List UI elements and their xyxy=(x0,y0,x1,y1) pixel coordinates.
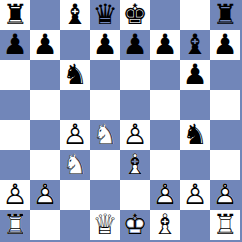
piece-white-knight: ♞♘ xyxy=(90,120,120,150)
piece-black-pawn: ♟ xyxy=(30,30,60,60)
square-a5[interactable] xyxy=(0,90,30,120)
square-c5[interactable] xyxy=(60,90,90,120)
square-a1[interactable]: ♜♖ xyxy=(0,210,30,240)
chess-board: ♜♝♛♚♜♟♟♟♟♟♝♟♞♟♟♙♞♘♟♙♞♞♘♝♗♟♙♟♙♟♙♟♙♟♙♜♖♛♕♚… xyxy=(0,0,242,242)
piece-outline-layer: ♙ xyxy=(180,180,210,210)
square-d4[interactable]: ♞♘ xyxy=(90,120,120,150)
square-a7[interactable]: ♟ xyxy=(0,30,30,60)
square-a6[interactable] xyxy=(0,60,30,90)
square-e4[interactable]: ♟♙ xyxy=(120,120,150,150)
piece-black-bishop: ♝ xyxy=(60,0,90,30)
square-b2[interactable]: ♟♙ xyxy=(30,180,60,210)
square-d5[interactable] xyxy=(90,90,120,120)
piece-outline-layer: ♔ xyxy=(120,210,150,240)
square-h7[interactable]: ♟ xyxy=(210,30,240,60)
square-c3[interactable]: ♞♘ xyxy=(60,150,90,180)
piece-black-pawn: ♟ xyxy=(150,30,180,60)
square-g4[interactable]: ♞ xyxy=(180,120,210,150)
square-a2[interactable]: ♟♙ xyxy=(0,180,30,210)
piece-white-pawn: ♟♙ xyxy=(150,180,180,210)
square-f2[interactable]: ♟♙ xyxy=(150,180,180,210)
piece-black-bishop: ♝ xyxy=(180,30,210,60)
square-h4[interactable] xyxy=(210,120,240,150)
square-e7[interactable]: ♟ xyxy=(120,30,150,60)
square-h5[interactable] xyxy=(210,90,240,120)
square-g7[interactable]: ♝ xyxy=(180,30,210,60)
square-f3[interactable] xyxy=(150,150,180,180)
square-d1[interactable]: ♛♕ xyxy=(90,210,120,240)
square-f4[interactable] xyxy=(150,120,180,150)
piece-outline-layer: ♖ xyxy=(210,210,240,240)
piece-white-pawn: ♟♙ xyxy=(60,120,90,150)
piece-outline-layer: ♙ xyxy=(150,180,180,210)
square-d3[interactable] xyxy=(90,150,120,180)
piece-black-knight: ♞ xyxy=(60,60,90,90)
square-e3[interactable]: ♝♗ xyxy=(120,150,150,180)
square-b3[interactable] xyxy=(30,150,60,180)
piece-white-pawn: ♟♙ xyxy=(180,180,210,210)
square-g6[interactable]: ♟ xyxy=(180,60,210,90)
piece-black-king: ♚ xyxy=(120,0,150,30)
piece-outline-layer: ♙ xyxy=(0,180,30,210)
square-c7[interactable] xyxy=(60,30,90,60)
square-e2[interactable] xyxy=(120,180,150,210)
piece-outline-layer: ♙ xyxy=(210,180,240,210)
piece-black-pawn: ♟ xyxy=(210,30,240,60)
piece-black-queen: ♛ xyxy=(90,0,120,30)
square-f8[interactable] xyxy=(150,0,180,30)
square-e6[interactable] xyxy=(120,60,150,90)
square-g1[interactable] xyxy=(180,210,210,240)
square-b1[interactable] xyxy=(30,210,60,240)
piece-outline-layer: ♕ xyxy=(90,210,120,240)
square-c6[interactable]: ♞ xyxy=(60,60,90,90)
piece-white-pawn: ♟♙ xyxy=(30,180,60,210)
square-g5[interactable] xyxy=(180,90,210,120)
square-f1[interactable]: ♝♗ xyxy=(150,210,180,240)
piece-white-rook: ♜♖ xyxy=(0,210,30,240)
piece-outline-layer: ♗ xyxy=(150,210,180,240)
piece-white-king: ♚♔ xyxy=(120,210,150,240)
piece-black-knight: ♞ xyxy=(180,120,210,150)
square-b8[interactable] xyxy=(30,0,60,30)
piece-outline-layer: ♙ xyxy=(60,120,90,150)
piece-white-rook: ♜♖ xyxy=(210,210,240,240)
square-c8[interactable]: ♝ xyxy=(60,0,90,30)
square-f7[interactable]: ♟ xyxy=(150,30,180,60)
piece-black-rook: ♜ xyxy=(210,0,240,30)
square-c1[interactable] xyxy=(60,210,90,240)
piece-black-pawn: ♟ xyxy=(90,30,120,60)
square-b5[interactable] xyxy=(30,90,60,120)
piece-white-queen: ♛♕ xyxy=(90,210,120,240)
square-b4[interactable] xyxy=(30,120,60,150)
piece-black-pawn: ♟ xyxy=(120,30,150,60)
square-d7[interactable]: ♟ xyxy=(90,30,120,60)
piece-white-bishop: ♝♗ xyxy=(150,210,180,240)
piece-outline-layer: ♙ xyxy=(30,180,60,210)
piece-white-pawn: ♟♙ xyxy=(210,180,240,210)
square-f6[interactable] xyxy=(150,60,180,90)
square-d8[interactable]: ♛ xyxy=(90,0,120,30)
square-h2[interactable]: ♟♙ xyxy=(210,180,240,210)
square-g2[interactable]: ♟♙ xyxy=(180,180,210,210)
square-d6[interactable] xyxy=(90,60,120,90)
square-b6[interactable] xyxy=(30,60,60,90)
piece-outline-layer: ♘ xyxy=(60,150,90,180)
square-h1[interactable]: ♜♖ xyxy=(210,210,240,240)
square-h8[interactable]: ♜ xyxy=(210,0,240,30)
square-a3[interactable] xyxy=(0,150,30,180)
piece-white-pawn: ♟♙ xyxy=(120,120,150,150)
square-f5[interactable] xyxy=(150,90,180,120)
square-e1[interactable]: ♚♔ xyxy=(120,210,150,240)
square-e5[interactable] xyxy=(120,90,150,120)
square-b7[interactable]: ♟ xyxy=(30,30,60,60)
chess-board-container: ♜♝♛♚♜♟♟♟♟♟♝♟♞♟♟♙♞♘♟♙♞♞♘♝♗♟♙♟♙♟♙♟♙♟♙♜♖♛♕♚… xyxy=(0,0,242,242)
square-e8[interactable]: ♚ xyxy=(120,0,150,30)
piece-outline-layer: ♗ xyxy=(120,150,150,180)
square-d2[interactable] xyxy=(90,180,120,210)
piece-white-knight: ♞♘ xyxy=(60,150,90,180)
square-h3[interactable] xyxy=(210,150,240,180)
square-a8[interactable]: ♜ xyxy=(0,0,30,30)
square-a4[interactable] xyxy=(0,120,30,150)
square-c4[interactable]: ♟♙ xyxy=(60,120,90,150)
piece-outline-layer: ♖ xyxy=(0,210,30,240)
piece-black-pawn: ♟ xyxy=(0,30,30,60)
piece-white-bishop: ♝♗ xyxy=(120,150,150,180)
piece-white-pawn: ♟♙ xyxy=(0,180,30,210)
piece-outline-layer: ♘ xyxy=(90,120,120,150)
square-c2[interactable] xyxy=(60,180,90,210)
piece-outline-layer: ♙ xyxy=(120,120,150,150)
square-g8[interactable] xyxy=(180,0,210,30)
square-g3[interactable] xyxy=(180,150,210,180)
piece-black-pawn: ♟ xyxy=(180,60,210,90)
piece-black-rook: ♜ xyxy=(0,0,30,30)
square-h6[interactable] xyxy=(210,60,240,90)
